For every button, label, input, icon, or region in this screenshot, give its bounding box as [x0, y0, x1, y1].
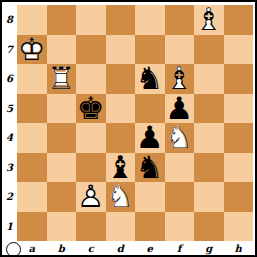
square-e2[interactable]: [135, 182, 165, 212]
file-label-f: f: [165, 241, 195, 255]
white-knight-glyph-outline: ♘: [165, 123, 195, 153]
square-c7[interactable]: [76, 35, 106, 65]
rank-label-6: 6: [2, 64, 17, 94]
file-label-c: c: [76, 241, 106, 255]
piece-white-knight-d2[interactable]: ♞♘: [106, 182, 136, 212]
square-b3[interactable]: [47, 153, 77, 183]
white-to-move-indicator: [6, 242, 21, 257]
piece-black-king-c5[interactable]: ♚: [76, 94, 106, 124]
square-g5[interactable]: [194, 94, 224, 124]
square-h6[interactable]: [224, 64, 254, 94]
rank-label-7: 7: [2, 35, 17, 65]
square-g1[interactable]: [194, 212, 224, 242]
square-a4[interactable]: [17, 123, 47, 153]
rank-label-4: 4: [2, 123, 17, 153]
square-f8[interactable]: [165, 5, 195, 35]
square-h1[interactable]: [224, 212, 254, 242]
square-e1[interactable]: [135, 212, 165, 242]
square-g6[interactable]: [194, 64, 224, 94]
file-label-e: e: [135, 241, 165, 255]
file-label-a: a: [17, 241, 47, 255]
file-label-d: d: [106, 241, 136, 255]
square-a6[interactable]: [17, 64, 47, 94]
chess-diagram-frame: 87654321 ♝♗♚♔♜♖♞♝♗♚♟♟♞♘♝♞♟♙♞♘ abcdefgh: [0, 0, 257, 257]
piece-white-knight-f4[interactable]: ♞♘: [165, 123, 195, 153]
square-h3[interactable]: [224, 153, 254, 183]
file-label-b: b: [47, 241, 77, 255]
file-label-g: g: [194, 241, 224, 255]
rank-label-5: 5: [2, 94, 17, 124]
chess-board[interactable]: ♝♗♚♔♜♖♞♝♗♚♟♟♞♘♝♞♟♙♞♘: [17, 5, 253, 241]
square-b2[interactable]: [47, 182, 77, 212]
square-d2[interactable]: ♞♘: [106, 182, 136, 212]
square-h4[interactable]: [224, 123, 254, 153]
square-f1[interactable]: [165, 212, 195, 242]
square-b1[interactable]: [47, 212, 77, 242]
square-b8[interactable]: [47, 5, 77, 35]
square-b4[interactable]: [47, 123, 77, 153]
rank-label-1: 1: [2, 212, 17, 242]
piece-black-knight-e3[interactable]: ♞: [135, 153, 165, 183]
square-a2[interactable]: [17, 182, 47, 212]
square-h8[interactable]: [224, 5, 254, 35]
square-c5[interactable]: ♚: [76, 94, 106, 124]
rank-label-2: 2: [2, 182, 17, 212]
square-a5[interactable]: [17, 94, 47, 124]
square-c8[interactable]: [76, 5, 106, 35]
square-f4[interactable]: ♞♘: [165, 123, 195, 153]
square-d7[interactable]: [106, 35, 136, 65]
square-h7[interactable]: [224, 35, 254, 65]
file-label-h: h: [224, 241, 254, 255]
square-c2[interactable]: ♟♙: [76, 182, 106, 212]
square-f2[interactable]: [165, 182, 195, 212]
square-h2[interactable]: [224, 182, 254, 212]
square-e8[interactable]: [135, 5, 165, 35]
square-a7[interactable]: ♚♔: [17, 35, 47, 65]
square-g4[interactable]: [194, 123, 224, 153]
square-d5[interactable]: [106, 94, 136, 124]
square-e3[interactable]: ♞: [135, 153, 165, 183]
square-g3[interactable]: [194, 153, 224, 183]
square-g2[interactable]: [194, 182, 224, 212]
rank-labels: 87654321: [2, 5, 17, 241]
white-pawn-glyph-outline: ♙: [76, 182, 106, 212]
square-a3[interactable]: [17, 153, 47, 183]
white-bishop-glyph-outline: ♗: [194, 5, 224, 35]
square-d1[interactable]: [106, 212, 136, 242]
white-rook-glyph-outline: ♖: [47, 64, 77, 94]
square-c4[interactable]: [76, 123, 106, 153]
white-knight-glyph-outline: ♘: [106, 182, 136, 212]
square-d8[interactable]: [106, 5, 136, 35]
square-c1[interactable]: [76, 212, 106, 242]
square-e6[interactable]: ♞: [135, 64, 165, 94]
white-king-glyph-outline: ♔: [17, 35, 47, 65]
piece-black-knight-e6[interactable]: ♞: [135, 64, 165, 94]
piece-white-bishop-g8[interactable]: ♝♗: [194, 5, 224, 35]
rank-label-8: 8: [2, 5, 17, 35]
piece-white-king-a7[interactable]: ♚♔: [17, 35, 47, 65]
square-d6[interactable]: [106, 64, 136, 94]
square-b5[interactable]: [47, 94, 77, 124]
square-h5[interactable]: [224, 94, 254, 124]
rank-label-3: 3: [2, 153, 17, 183]
square-g7[interactable]: [194, 35, 224, 65]
square-b6[interactable]: ♜♖: [47, 64, 77, 94]
square-a1[interactable]: [17, 212, 47, 242]
square-g8[interactable]: ♝♗: [194, 5, 224, 35]
file-labels: abcdefgh: [17, 241, 253, 255]
piece-white-pawn-c2[interactable]: ♟♙: [76, 182, 106, 212]
square-f3[interactable]: [165, 153, 195, 183]
piece-white-rook-b6[interactable]: ♜♖: [47, 64, 77, 94]
